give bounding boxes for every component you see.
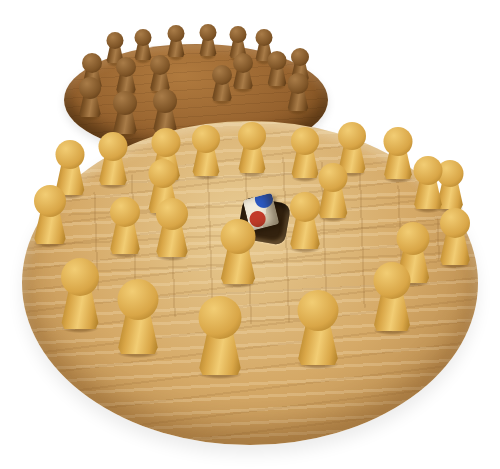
brown-peg[interactable] (167, 25, 185, 58)
peg-head (168, 25, 185, 42)
peg-head (156, 198, 188, 230)
peg-head (153, 89, 177, 113)
peg-head (291, 48, 309, 66)
peg-head (374, 262, 411, 299)
peg-head (288, 73, 309, 94)
yellow-peg[interactable] (98, 132, 128, 186)
peg-head (79, 77, 101, 99)
brown-peg[interactable] (212, 65, 233, 102)
yellow-peg[interactable] (198, 296, 243, 376)
peg-head (230, 26, 247, 43)
yellow-peg[interactable] (33, 185, 67, 245)
peg-head (268, 51, 287, 70)
peg-head (414, 156, 443, 185)
yellow-peg[interactable] (109, 197, 141, 255)
brown-peg[interactable] (267, 51, 287, 87)
peg-head (440, 208, 470, 238)
yellow-peg[interactable] (117, 279, 160, 355)
peg-head (107, 32, 124, 49)
peg-head (116, 57, 136, 77)
brown-peg[interactable] (113, 91, 138, 135)
yellow-peg[interactable] (289, 192, 321, 250)
peg-head (113, 91, 137, 115)
peg-head (82, 53, 102, 73)
peg-head (290, 192, 320, 222)
peg-head (56, 140, 85, 169)
peg-head (118, 279, 159, 320)
peg-head (199, 296, 242, 339)
peg-head (221, 219, 256, 254)
yellow-peg[interactable] (413, 156, 443, 210)
yellow-peg[interactable] (439, 208, 471, 266)
yellow-peg[interactable] (220, 219, 257, 285)
peg-head (61, 258, 99, 296)
peg-head (298, 290, 339, 331)
peg-head (384, 127, 413, 156)
peg-head (200, 24, 217, 41)
brown-peg[interactable] (153, 89, 178, 133)
peg-head (319, 163, 348, 192)
peg-head (110, 197, 140, 227)
yellow-peg[interactable] (373, 262, 412, 332)
brown-peg[interactable] (233, 53, 254, 90)
yellow-peg[interactable] (318, 163, 349, 219)
peg-head (192, 125, 220, 153)
peg-head (149, 159, 178, 188)
peg-head (99, 132, 128, 161)
peg-head (152, 128, 181, 157)
yellow-peg[interactable] (155, 198, 189, 258)
yellow-peg[interactable] (192, 125, 221, 177)
brown-peg[interactable] (199, 24, 217, 57)
yellow-peg[interactable] (383, 127, 413, 180)
brown-peg[interactable] (116, 57, 137, 94)
peg-head (135, 29, 152, 46)
peg-head (233, 53, 253, 73)
yellow-peg[interactable] (60, 258, 100, 330)
peg-head (34, 185, 66, 217)
peg-head (212, 65, 232, 85)
brown-peg[interactable] (287, 73, 309, 112)
product-photo-scene (0, 0, 500, 469)
yellow-peg[interactable] (238, 122, 267, 174)
brown-peg[interactable] (150, 55, 171, 92)
peg-head (291, 127, 319, 155)
peg-head (256, 29, 273, 46)
peg-head (338, 122, 366, 150)
brown-peg[interactable] (79, 77, 102, 118)
peg-head (238, 122, 266, 150)
peg-head (150, 55, 170, 75)
yellow-peg[interactable] (297, 290, 340, 366)
yellow-peg[interactable] (291, 127, 320, 179)
peg-head (397, 222, 430, 255)
